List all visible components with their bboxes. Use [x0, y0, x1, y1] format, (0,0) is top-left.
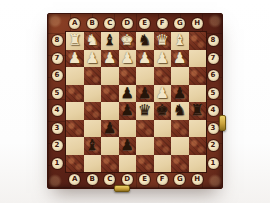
file-medallion-g: G: [174, 174, 185, 185]
file-medallion-e: E: [139, 18, 150, 29]
square-c3[interactable]: ♟: [101, 120, 119, 138]
rank-medallion-3: 3: [208, 123, 219, 134]
square-b1[interactable]: [84, 155, 102, 173]
square-c7[interactable]: ♟: [101, 50, 119, 68]
rank-medallion-6: 6: [208, 70, 219, 81]
rank-medallion-8: 8: [52, 35, 63, 46]
square-c4[interactable]: [101, 102, 119, 120]
rank-labels-left: 87654321: [51, 32, 63, 172]
square-g2[interactable]: [171, 137, 189, 155]
square-h2[interactable]: [189, 137, 207, 155]
square-c5[interactable]: [101, 85, 119, 103]
square-e8[interactable]: ♞: [136, 32, 154, 50]
rank-medallion-2: 2: [52, 140, 63, 151]
file-medallion-f: F: [157, 174, 168, 185]
rank-medallion-1: 1: [52, 158, 63, 169]
square-b7[interactable]: ♟: [84, 50, 102, 68]
rank-medallion-2: 2: [208, 140, 219, 151]
file-medallion-a: A: [69, 174, 80, 185]
square-f5[interactable]: ♟: [154, 85, 172, 103]
file-labels-top: ABCDEFGH: [66, 17, 206, 29]
square-f1[interactable]: [154, 155, 172, 173]
piece-white-pawn[interactable]: ♟: [173, 50, 186, 67]
square-a1[interactable]: [66, 155, 84, 173]
square-f7[interactable]: ♟: [154, 50, 172, 68]
square-f2[interactable]: [154, 137, 172, 155]
square-f6[interactable]: [154, 67, 172, 85]
square-d3[interactable]: [119, 120, 137, 138]
square-g7[interactable]: ♟: [171, 50, 189, 68]
rank-medallion-6: 6: [52, 70, 63, 81]
piece-white-knight[interactable]: ♞: [86, 32, 99, 49]
square-b6[interactable]: [84, 67, 102, 85]
rank-medallion-4: 4: [208, 105, 219, 116]
piece-black-pawn[interactable]: ♟: [138, 85, 151, 102]
piece-white-king[interactable]: ♚: [121, 32, 134, 49]
file-medallion-c: C: [104, 174, 115, 185]
photo-background: ABCDEFGH ABCDEFGH 87654321 87654321 ♜♞♝♚…: [0, 0, 270, 203]
piece-white-pawn[interactable]: ♟: [121, 50, 134, 67]
piece-black-pawn[interactable]: ♟: [173, 85, 186, 102]
piece-black-pawn[interactable]: ♟: [103, 120, 116, 137]
file-medallion-b: B: [87, 18, 98, 29]
piece-white-pawn[interactable]: ♟: [68, 50, 81, 67]
square-h4[interactable]: ♜: [189, 102, 207, 120]
piece-black-rook[interactable]: ♜: [191, 102, 204, 119]
square-a7[interactable]: ♟: [66, 50, 84, 68]
piece-black-bishop[interactable]: ♝: [86, 137, 99, 154]
piece-white-queen[interactable]: ♛: [156, 32, 169, 49]
rank-medallion-3: 3: [52, 123, 63, 134]
square-d6[interactable]: [119, 67, 137, 85]
file-medallion-g: G: [174, 18, 185, 29]
rank-medallion-1: 1: [208, 158, 219, 169]
square-b5[interactable]: [84, 85, 102, 103]
piece-black-pawn[interactable]: ♟: [121, 85, 134, 102]
file-medallion-d: D: [122, 18, 133, 29]
square-g5[interactable]: ♟: [171, 85, 189, 103]
square-a2[interactable]: [66, 137, 84, 155]
piece-white-pawn[interactable]: ♟: [103, 50, 116, 67]
rank-medallion-7: 7: [208, 53, 219, 64]
square-a4[interactable]: [66, 102, 84, 120]
square-c1[interactable]: [101, 155, 119, 173]
square-b4[interactable]: [84, 102, 102, 120]
square-g4[interactable]: ♞: [171, 102, 189, 120]
rank-medallion-5: 5: [208, 88, 219, 99]
piece-black-knight[interactable]: ♞: [173, 102, 186, 119]
file-medallion-h: H: [192, 18, 203, 29]
piece-white-pawn[interactable]: ♟: [86, 50, 99, 67]
square-e1[interactable]: [136, 155, 154, 173]
square-d1[interactable]: [119, 155, 137, 173]
square-e5[interactable]: ♟: [136, 85, 154, 103]
square-b3[interactable]: [84, 120, 102, 138]
square-a6[interactable]: [66, 67, 84, 85]
file-medallion-f: F: [157, 18, 168, 29]
piece-black-king[interactable]: ♚: [156, 102, 169, 119]
brass-clasp-front: [114, 185, 130, 192]
file-medallion-h: H: [192, 174, 203, 185]
piece-black-knight[interactable]: ♞: [138, 32, 151, 49]
piece-white-pawn[interactable]: ♟: [156, 50, 169, 67]
rank-medallion-8: 8: [208, 35, 219, 46]
square-h1[interactable]: [189, 155, 207, 173]
square-d7[interactable]: ♟: [119, 50, 137, 68]
file-medallion-b: B: [87, 174, 98, 185]
board-grid: ♜♞♝♚♞♛♝♟♟♟♟♟♟♟♟♟♟♟♟♛♚♞♜♟♝♟: [66, 32, 206, 172]
square-c6[interactable]: [101, 67, 119, 85]
brass-clasp-side: [219, 115, 226, 131]
square-d4[interactable]: ♟: [119, 102, 137, 120]
file-medallion-c: C: [104, 18, 115, 29]
square-b8[interactable]: ♞: [84, 32, 102, 50]
square-g8[interactable]: ♝: [171, 32, 189, 50]
piece-white-pawn[interactable]: ♟: [156, 85, 169, 102]
square-f3[interactable]: [154, 120, 172, 138]
square-a3[interactable]: [66, 120, 84, 138]
rank-medallion-7: 7: [52, 53, 63, 64]
square-f4[interactable]: ♚: [154, 102, 172, 120]
square-h3[interactable]: [189, 120, 207, 138]
piece-black-bishop[interactable]: ♝: [103, 32, 116, 49]
square-g6[interactable]: [171, 67, 189, 85]
square-h6[interactable]: [189, 67, 207, 85]
piece-black-pawn[interactable]: ♟: [121, 102, 134, 119]
file-labels-bottom: ABCDEFGH: [66, 173, 206, 185]
file-medallion-a: A: [69, 18, 80, 29]
square-c8[interactable]: ♝: [101, 32, 119, 50]
square-e6[interactable]: [136, 67, 154, 85]
square-f8[interactable]: ♛: [154, 32, 172, 50]
square-h7[interactable]: [189, 50, 207, 68]
square-h8[interactable]: [189, 32, 207, 50]
square-c2[interactable]: [101, 137, 119, 155]
piece-black-queen[interactable]: ♛: [138, 102, 151, 119]
piece-white-rook[interactable]: ♜: [68, 32, 81, 49]
square-a8[interactable]: ♜: [66, 32, 84, 50]
square-d8[interactable]: ♚: [119, 32, 137, 50]
square-h5[interactable]: [189, 85, 207, 103]
piece-white-pawn[interactable]: ♟: [138, 50, 151, 67]
rank-medallion-4: 4: [52, 105, 63, 116]
rank-labels-right: 87654321: [207, 32, 219, 172]
square-e3[interactable]: [136, 120, 154, 138]
square-a5[interactable]: [66, 85, 84, 103]
square-d2[interactable]: ♟: [119, 137, 137, 155]
file-medallion-e: E: [139, 174, 150, 185]
square-d5[interactable]: ♟: [119, 85, 137, 103]
chess-board: ABCDEFGH ABCDEFGH 87654321 87654321 ♜♞♝♚…: [47, 13, 223, 189]
square-b2[interactable]: ♝: [84, 137, 102, 155]
square-g3[interactable]: [171, 120, 189, 138]
square-g1[interactable]: [171, 155, 189, 173]
square-e2[interactable]: [136, 137, 154, 155]
rank-medallion-5: 5: [52, 88, 63, 99]
piece-black-pawn[interactable]: ♟: [121, 137, 134, 154]
square-e7[interactable]: ♟: [136, 50, 154, 68]
square-e4[interactable]: ♛: [136, 102, 154, 120]
piece-white-bishop[interactable]: ♝: [173, 32, 186, 49]
file-medallion-d: D: [122, 174, 133, 185]
